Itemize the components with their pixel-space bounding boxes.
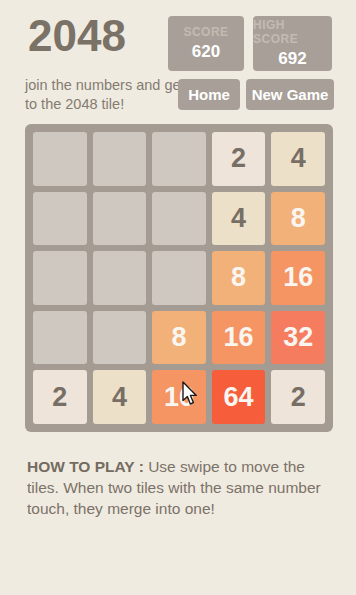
tile-8: 8 (212, 251, 266, 305)
high-score-box: HIGH SCORE 692 (253, 16, 332, 71)
tile-32: 32 (271, 311, 325, 365)
empty-cell (93, 192, 147, 246)
tile-8: 8 (152, 311, 206, 365)
score-value: 620 (192, 42, 220, 62)
board-grid[interactable]: 2448816816322416642 (25, 124, 333, 432)
subtitle: join the numbers and get to the 2048 til… (25, 76, 190, 113)
empty-cell (93, 251, 147, 305)
tile-2: 2 (212, 132, 266, 186)
empty-cell (93, 132, 147, 186)
app-title: 2048 (28, 14, 126, 58)
how-to-play-text: HOW TO PLAY : Use swipe to move the tile… (27, 456, 335, 519)
empty-cell (33, 311, 87, 365)
high-score-value: 692 (278, 49, 306, 69)
empty-cell (33, 132, 87, 186)
tile-16: 16 (271, 251, 325, 305)
tile-64: 64 (212, 370, 266, 424)
tile-2: 2 (33, 370, 87, 424)
tile-4: 4 (212, 192, 266, 246)
empty-cell (33, 192, 87, 246)
score-box: SCORE 620 (168, 16, 244, 71)
empty-cell (152, 132, 206, 186)
tile-4: 4 (271, 132, 325, 186)
tile-2: 2 (271, 370, 325, 424)
empty-cell (152, 192, 206, 246)
tile-16: 16 (212, 311, 266, 365)
empty-cell (93, 311, 147, 365)
how-to-play-label: HOW TO PLAY : (27, 458, 148, 475)
empty-cell (33, 251, 87, 305)
score-label: SCORE (183, 25, 228, 39)
tile-4: 4 (93, 370, 147, 424)
tile-16: 16 (152, 370, 206, 424)
page: 2048 join the numbers and get to the 204… (0, 0, 356, 595)
high-score-label: HIGH SCORE (253, 18, 332, 46)
new-game-button[interactable]: New Game (246, 79, 334, 110)
empty-cell (152, 251, 206, 305)
home-button[interactable]: Home (178, 79, 240, 110)
tile-8: 8 (271, 192, 325, 246)
